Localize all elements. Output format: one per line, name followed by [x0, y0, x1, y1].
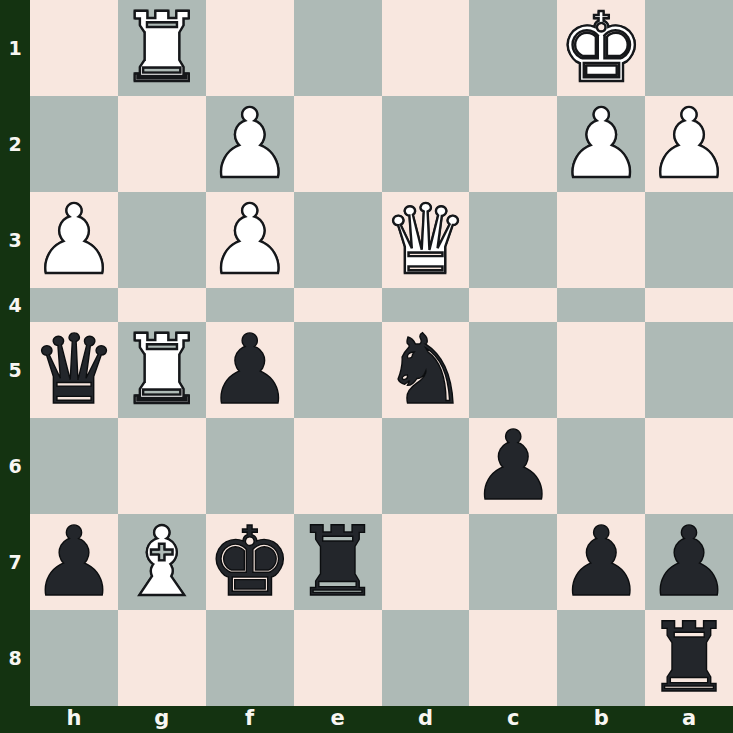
square-c6[interactable]: ♟︎	[469, 418, 557, 514]
rank-label-5: 5	[0, 322, 30, 418]
file-label-h: h	[30, 706, 118, 733]
square-d3[interactable]: ♛︎	[382, 192, 470, 288]
square-a1[interactable]	[645, 0, 733, 96]
square-d7[interactable]	[382, 514, 470, 610]
square-h6[interactable]	[30, 418, 118, 514]
square-f5[interactable]: ♟︎	[206, 322, 294, 418]
square-h3[interactable]: ♟︎	[30, 192, 118, 288]
square-e1[interactable]	[294, 0, 382, 96]
square-h7[interactable]: ♟︎	[30, 514, 118, 610]
square-g8[interactable]	[118, 610, 206, 706]
square-c1[interactable]	[469, 0, 557, 96]
square-a8[interactable]: ♜︎	[645, 610, 733, 706]
square-d8[interactable]	[382, 610, 470, 706]
square-e2[interactable]	[294, 96, 382, 192]
square-h5[interactable]: ♛︎	[30, 322, 118, 418]
black-pawn-piece: ♟︎	[470, 418, 556, 514]
rank-label-8: 8	[0, 610, 30, 706]
square-e3[interactable]	[294, 192, 382, 288]
square-f1[interactable]	[206, 0, 294, 96]
file-label-g: g	[118, 706, 206, 733]
rank-label-3: 3	[0, 192, 30, 288]
square-f2[interactable]: ♟︎	[206, 96, 294, 192]
black-queen-piece: ♛︎	[31, 322, 117, 418]
square-b1[interactable]: ♚︎	[557, 0, 645, 96]
black-knight-piece: ♞︎	[382, 322, 468, 418]
square-g7[interactable]: ♝︎	[118, 514, 206, 610]
square-f8[interactable]	[206, 610, 294, 706]
square-g4[interactable]	[118, 288, 206, 322]
file-label-f: f	[206, 706, 294, 733]
square-h1[interactable]	[30, 0, 118, 96]
square-e5[interactable]	[294, 322, 382, 418]
white-rook-piece: ♜︎	[119, 0, 205, 96]
white-pawn-piece: ♟︎	[31, 192, 117, 288]
rank-label-6: 6	[0, 418, 30, 514]
file-label-b: b	[557, 706, 645, 733]
file-label-c: c	[469, 706, 557, 733]
black-king-piece: ♚︎	[207, 514, 293, 610]
square-c4[interactable]	[469, 288, 557, 322]
square-d5[interactable]: ♞︎	[382, 322, 470, 418]
rank-label-4: 4	[0, 288, 30, 322]
square-g2[interactable]	[118, 96, 206, 192]
rank-label-1: 1	[0, 0, 30, 96]
square-g1[interactable]: ♜︎	[118, 0, 206, 96]
square-b3[interactable]	[557, 192, 645, 288]
square-g6[interactable]	[118, 418, 206, 514]
black-pawn-piece: ♟︎	[646, 514, 732, 610]
white-king-piece: ♚︎	[558, 0, 644, 96]
square-b7[interactable]: ♟︎	[557, 514, 645, 610]
square-e8[interactable]	[294, 610, 382, 706]
square-b6[interactable]	[557, 418, 645, 514]
square-e4[interactable]	[294, 288, 382, 322]
square-a3[interactable]	[645, 192, 733, 288]
black-pawn-piece: ♟︎	[558, 514, 644, 610]
square-e6[interactable]	[294, 418, 382, 514]
white-bishop-piece: ♝︎	[119, 514, 205, 610]
square-h4[interactable]	[30, 288, 118, 322]
square-c8[interactable]	[469, 610, 557, 706]
square-g3[interactable]	[118, 192, 206, 288]
white-queen-piece: ♛︎	[382, 192, 468, 288]
white-rook-piece: ♜︎	[119, 322, 205, 418]
square-c2[interactable]	[469, 96, 557, 192]
chess-board: 1♜︎♚︎2♟︎♟︎♟︎3♟︎♟︎♛︎45♛︎♜︎♟︎♞︎6♟︎7♟︎♝︎♚︎♜…	[0, 0, 733, 733]
square-f3[interactable]: ♟︎	[206, 192, 294, 288]
square-f7[interactable]: ♚︎	[206, 514, 294, 610]
file-label-a: a	[645, 706, 733, 733]
square-c3[interactable]	[469, 192, 557, 288]
square-c7[interactable]	[469, 514, 557, 610]
white-pawn-piece: ♟︎	[207, 192, 293, 288]
square-c5[interactable]	[469, 322, 557, 418]
square-e7[interactable]: ♜︎	[294, 514, 382, 610]
chess-app: 1♜︎♚︎2♟︎♟︎♟︎3♟︎♟︎♛︎45♛︎♜︎♟︎♞︎6♟︎7♟︎♝︎♚︎♜…	[0, 0, 733, 733]
file-label-d: d	[382, 706, 470, 733]
black-pawn-piece: ♟︎	[207, 322, 293, 418]
file-label-e: e	[294, 706, 382, 733]
square-a5[interactable]	[645, 322, 733, 418]
white-pawn-piece: ♟︎	[558, 96, 644, 192]
square-d6[interactable]	[382, 418, 470, 514]
square-h2[interactable]	[30, 96, 118, 192]
square-a2[interactable]: ♟︎	[645, 96, 733, 192]
rank-label-7: 7	[0, 514, 30, 610]
black-pawn-piece: ♟︎	[31, 514, 117, 610]
square-d1[interactable]	[382, 0, 470, 96]
white-pawn-piece: ♟︎	[207, 96, 293, 192]
black-rook-piece: ♜︎	[646, 610, 732, 706]
square-h8[interactable]	[30, 610, 118, 706]
square-g5[interactable]: ♜︎	[118, 322, 206, 418]
square-b5[interactable]	[557, 322, 645, 418]
white-pawn-piece: ♟︎	[646, 96, 732, 192]
square-f4[interactable]	[206, 288, 294, 322]
square-f6[interactable]	[206, 418, 294, 514]
square-a6[interactable]	[645, 418, 733, 514]
square-b8[interactable]	[557, 610, 645, 706]
square-a7[interactable]: ♟︎	[645, 514, 733, 610]
square-d2[interactable]	[382, 96, 470, 192]
board-corner	[0, 706, 30, 733]
black-rook-piece: ♜︎	[295, 514, 381, 610]
square-d4[interactable]	[382, 288, 470, 322]
square-b4[interactable]	[557, 288, 645, 322]
square-b2[interactable]: ♟︎	[557, 96, 645, 192]
rank-label-2: 2	[0, 96, 30, 192]
square-a4[interactable]	[645, 288, 733, 322]
